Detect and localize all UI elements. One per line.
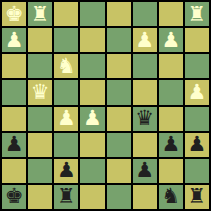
square-b2[interactable] <box>28 159 52 183</box>
square-f8[interactable] <box>133 2 157 26</box>
square-a5[interactable] <box>2 80 26 104</box>
square-a6[interactable] <box>2 54 26 78</box>
square-d2[interactable] <box>80 159 104 183</box>
square-f4[interactable]: ♛ <box>133 107 157 131</box>
square-f1[interactable] <box>133 185 157 209</box>
square-h7[interactable] <box>185 28 209 52</box>
white-pawn-piece[interactable]: ♟ <box>5 30 24 51</box>
white-pawn-piece[interactable]: ♟ <box>161 30 180 51</box>
square-g1[interactable]: ♞ <box>159 185 183 209</box>
black-king-piece[interactable]: ♚ <box>5 186 24 207</box>
chess-board: ♚♜♜♟♟♟♞♛♟♟♟♛♟♟♟♟♟♚♜♞♜ <box>0 0 211 211</box>
white-pawn-piece[interactable]: ♟ <box>57 108 76 129</box>
square-g8[interactable] <box>159 2 183 26</box>
white-pawn-piece[interactable]: ♟ <box>135 30 154 51</box>
square-h4[interactable] <box>185 107 209 131</box>
square-a1[interactable]: ♚ <box>2 185 26 209</box>
square-f3[interactable] <box>133 133 157 157</box>
square-c1[interactable]: ♜ <box>54 185 78 209</box>
square-c4[interactable]: ♟ <box>54 107 78 131</box>
square-g6[interactable] <box>159 54 183 78</box>
square-b1[interactable] <box>28 185 52 209</box>
white-queen-piece[interactable]: ♛ <box>31 82 50 103</box>
square-e1[interactable] <box>107 185 131 209</box>
square-b4[interactable] <box>28 107 52 131</box>
square-a4[interactable] <box>2 107 26 131</box>
square-h2[interactable] <box>185 159 209 183</box>
white-rook-piece[interactable]: ♜ <box>31 4 50 25</box>
black-rook-piece[interactable]: ♜ <box>57 186 76 207</box>
square-b3[interactable] <box>28 133 52 157</box>
black-pawn-piece[interactable]: ♟ <box>188 134 207 155</box>
square-c3[interactable] <box>54 133 78 157</box>
square-e8[interactable] <box>107 2 131 26</box>
square-c2[interactable]: ♟ <box>54 159 78 183</box>
black-pawn-piece[interactable]: ♟ <box>57 160 76 181</box>
black-pawn-piece[interactable]: ♟ <box>161 134 180 155</box>
black-knight-piece[interactable]: ♞ <box>161 186 180 207</box>
square-g3[interactable]: ♟ <box>159 133 183 157</box>
square-a2[interactable] <box>2 159 26 183</box>
square-g7[interactable]: ♟ <box>159 28 183 52</box>
square-c7[interactable] <box>54 28 78 52</box>
square-h1[interactable]: ♜ <box>185 185 209 209</box>
square-g4[interactable] <box>159 107 183 131</box>
white-rook-piece[interactable]: ♜ <box>188 4 207 25</box>
square-a3[interactable]: ♟ <box>2 133 26 157</box>
square-e2[interactable] <box>107 159 131 183</box>
square-b6[interactable] <box>28 54 52 78</box>
white-king-piece[interactable]: ♚ <box>5 4 24 25</box>
square-e4[interactable] <box>107 107 131 131</box>
square-a8[interactable]: ♚ <box>2 2 26 26</box>
square-d8[interactable] <box>80 2 104 26</box>
square-d4[interactable]: ♟ <box>80 107 104 131</box>
white-knight-piece[interactable]: ♞ <box>57 56 76 77</box>
square-c5[interactable] <box>54 80 78 104</box>
black-rook-piece[interactable]: ♜ <box>188 186 207 207</box>
square-e5[interactable] <box>107 80 131 104</box>
square-f6[interactable] <box>133 54 157 78</box>
square-h3[interactable]: ♟ <box>185 133 209 157</box>
square-g5[interactable] <box>159 80 183 104</box>
square-b5[interactable]: ♛ <box>28 80 52 104</box>
square-f7[interactable]: ♟ <box>133 28 157 52</box>
black-queen-piece[interactable]: ♛ <box>135 108 154 129</box>
square-e7[interactable] <box>107 28 131 52</box>
black-pawn-piece[interactable]: ♟ <box>5 134 24 155</box>
square-c6[interactable]: ♞ <box>54 54 78 78</box>
white-pawn-piece[interactable]: ♟ <box>188 82 207 103</box>
square-f2[interactable]: ♟ <box>133 159 157 183</box>
square-h5[interactable]: ♟ <box>185 80 209 104</box>
square-a7[interactable]: ♟ <box>2 28 26 52</box>
square-f5[interactable] <box>133 80 157 104</box>
square-d6[interactable] <box>80 54 104 78</box>
square-d5[interactable] <box>80 80 104 104</box>
square-e6[interactable] <box>107 54 131 78</box>
square-c8[interactable] <box>54 2 78 26</box>
square-d1[interactable] <box>80 185 104 209</box>
square-d3[interactable] <box>80 133 104 157</box>
square-g2[interactable] <box>159 159 183 183</box>
square-h8[interactable]: ♜ <box>185 2 209 26</box>
white-pawn-piece[interactable]: ♟ <box>83 108 102 129</box>
square-b8[interactable]: ♜ <box>28 2 52 26</box>
black-pawn-piece[interactable]: ♟ <box>135 160 154 181</box>
square-h6[interactable] <box>185 54 209 78</box>
square-b7[interactable] <box>28 28 52 52</box>
square-e3[interactable] <box>107 133 131 157</box>
square-d7[interactable] <box>80 28 104 52</box>
